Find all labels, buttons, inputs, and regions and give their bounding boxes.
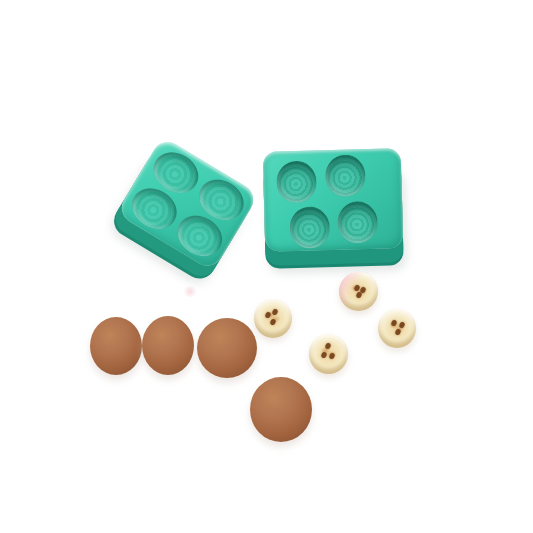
mold-right-cavity-3 [289, 206, 330, 249]
banana-slice-3 [309, 334, 348, 374]
reflection-smudge [182, 286, 198, 297]
clay-ball-4 [250, 377, 312, 442]
clay-ball-2 [142, 316, 194, 375]
mold-right-cavity-1 [276, 160, 317, 203]
banana-slice-1 [339, 272, 378, 311]
mold-right-cavity-4 [337, 201, 378, 244]
mold-right-cavity-2 [325, 154, 366, 197]
clay-ball-3 [197, 318, 257, 378]
banana-slice-4-flesh-center [385, 316, 409, 340]
banana-slice-2 [254, 299, 292, 338]
photo-canvas [0, 0, 533, 533]
banana-slice-4 [378, 309, 416, 348]
mold-left [116, 136, 259, 271]
mold-right [263, 148, 404, 252]
clay-ball-1 [90, 317, 142, 375]
